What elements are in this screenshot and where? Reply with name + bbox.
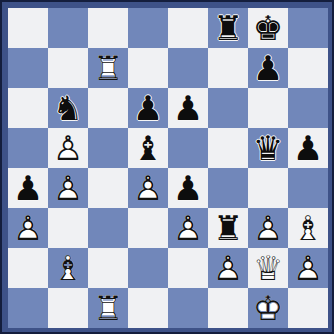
white-piece-outline: ♖ xyxy=(88,48,128,88)
square-e3[interactable]: ♟♙ xyxy=(168,208,208,248)
square-a1[interactable] xyxy=(8,288,48,328)
square-a8[interactable] xyxy=(8,8,48,48)
square-b2[interactable]: ♝♗ xyxy=(48,248,88,288)
square-h8[interactable] xyxy=(288,8,328,48)
square-h1[interactable] xyxy=(288,288,328,328)
square-g1[interactable]: ♚♔ xyxy=(248,288,288,328)
white-pawn-icon[interactable]: ♟♙ xyxy=(248,208,288,248)
white-piece-outline: ♙ xyxy=(208,248,248,288)
white-piece-outline: ♙ xyxy=(128,168,168,208)
white-pawn-icon[interactable]: ♟♙ xyxy=(48,168,88,208)
chess-board: ♜♚♜♖♟♞♟♟♟♙♝♛♟♟♟♙♟♙♟♟♙♟♙♜♟♙♝♗♝♗♟♙♛♕♟♙♜♖♚♔ xyxy=(8,8,328,328)
square-c4[interactable] xyxy=(88,168,128,208)
square-f1[interactable] xyxy=(208,288,248,328)
black-queen-icon[interactable]: ♛ xyxy=(248,128,288,168)
square-b8[interactable] xyxy=(48,8,88,48)
black-piece-glyph: ♚ xyxy=(248,8,288,48)
chess-board-frame: ♜♚♜♖♟♞♟♟♟♙♝♛♟♟♟♙♟♙♟♟♙♟♙♜♟♙♝♗♝♗♟♙♛♕♟♙♜♖♚♔ xyxy=(0,0,334,334)
black-piece-glyph: ♞ xyxy=(48,88,88,128)
square-g5[interactable]: ♛ xyxy=(248,128,288,168)
square-g7[interactable]: ♟ xyxy=(248,48,288,88)
square-f7[interactable] xyxy=(208,48,248,88)
black-piece-glyph: ♜ xyxy=(208,208,248,248)
white-pawn-icon[interactable]: ♟♙ xyxy=(208,248,248,288)
square-g6[interactable] xyxy=(248,88,288,128)
black-piece-glyph: ♟ xyxy=(288,128,328,168)
black-rook-icon[interactable]: ♜ xyxy=(208,8,248,48)
square-f6[interactable] xyxy=(208,88,248,128)
white-piece-outline: ♙ xyxy=(288,248,328,288)
square-a6[interactable] xyxy=(8,88,48,128)
white-pawn-icon[interactable]: ♟♙ xyxy=(128,168,168,208)
square-c1[interactable]: ♜♖ xyxy=(88,288,128,328)
black-pawn-icon[interactable]: ♟ xyxy=(288,128,328,168)
square-e7[interactable] xyxy=(168,48,208,88)
black-rook-icon[interactable]: ♜ xyxy=(208,208,248,248)
square-f8[interactable]: ♜ xyxy=(208,8,248,48)
square-d2[interactable] xyxy=(128,248,168,288)
square-b3[interactable] xyxy=(48,208,88,248)
square-c5[interactable] xyxy=(88,128,128,168)
white-piece-outline: ♕ xyxy=(248,248,288,288)
square-b4[interactable]: ♟♙ xyxy=(48,168,88,208)
white-bishop-icon[interactable]: ♝♗ xyxy=(48,248,88,288)
square-f3[interactable]: ♜ xyxy=(208,208,248,248)
white-king-icon[interactable]: ♚♔ xyxy=(248,288,288,328)
square-c6[interactable] xyxy=(88,88,128,128)
black-piece-glyph: ♝ xyxy=(128,128,168,168)
black-pawn-icon[interactable]: ♟ xyxy=(248,48,288,88)
square-d7[interactable] xyxy=(128,48,168,88)
white-piece-outline: ♗ xyxy=(48,248,88,288)
square-g8[interactable]: ♚ xyxy=(248,8,288,48)
square-b6[interactable]: ♞ xyxy=(48,88,88,128)
square-f2[interactable]: ♟♙ xyxy=(208,248,248,288)
black-knight-icon[interactable]: ♞ xyxy=(48,88,88,128)
white-piece-outline: ♙ xyxy=(248,208,288,248)
black-piece-glyph: ♟ xyxy=(248,48,288,88)
square-h7[interactable] xyxy=(288,48,328,88)
square-b7[interactable] xyxy=(48,48,88,88)
square-h3[interactable]: ♝♗ xyxy=(288,208,328,248)
square-h5[interactable]: ♟ xyxy=(288,128,328,168)
white-pawn-icon[interactable]: ♟♙ xyxy=(168,208,208,248)
square-g4[interactable] xyxy=(248,168,288,208)
white-piece-outline: ♙ xyxy=(48,168,88,208)
white-piece-outline: ♙ xyxy=(168,208,208,248)
square-f4[interactable] xyxy=(208,168,248,208)
square-e4[interactable]: ♟ xyxy=(168,168,208,208)
square-d3[interactable] xyxy=(128,208,168,248)
square-d1[interactable] xyxy=(128,288,168,328)
white-pawn-icon[interactable]: ♟♙ xyxy=(48,128,88,168)
black-piece-glyph: ♛ xyxy=(248,128,288,168)
square-e5[interactable] xyxy=(168,128,208,168)
square-h2[interactable]: ♟♙ xyxy=(288,248,328,288)
white-queen-icon[interactable]: ♛♕ xyxy=(248,248,288,288)
square-f5[interactable] xyxy=(208,128,248,168)
white-piece-outline: ♙ xyxy=(48,128,88,168)
black-pawn-icon[interactable]: ♟ xyxy=(8,168,48,208)
square-c2[interactable] xyxy=(88,248,128,288)
square-e8[interactable] xyxy=(168,8,208,48)
black-piece-glyph: ♟ xyxy=(8,168,48,208)
square-a2[interactable] xyxy=(8,248,48,288)
square-h6[interactable] xyxy=(288,88,328,128)
white-rook-icon[interactable]: ♜♖ xyxy=(88,48,128,88)
square-d8[interactable] xyxy=(128,8,168,48)
square-b1[interactable] xyxy=(48,288,88,328)
black-piece-glyph: ♟ xyxy=(168,88,208,128)
square-a3[interactable]: ♟♙ xyxy=(8,208,48,248)
white-piece-outline: ♔ xyxy=(248,288,288,328)
black-king-icon[interactable]: ♚ xyxy=(248,8,288,48)
white-piece-outline: ♖ xyxy=(88,288,128,328)
square-a5[interactable] xyxy=(8,128,48,168)
white-piece-outline: ♗ xyxy=(288,208,328,248)
square-g3[interactable]: ♟♙ xyxy=(248,208,288,248)
square-d4[interactable]: ♟♙ xyxy=(128,168,168,208)
square-e2[interactable] xyxy=(168,248,208,288)
square-h4[interactable] xyxy=(288,168,328,208)
white-piece-outline: ♙ xyxy=(8,208,48,248)
square-a7[interactable] xyxy=(8,48,48,88)
white-pawn-icon[interactable]: ♟♙ xyxy=(288,248,328,288)
square-e1[interactable] xyxy=(168,288,208,328)
square-a4[interactable]: ♟ xyxy=(8,168,48,208)
square-c3[interactable] xyxy=(88,208,128,248)
black-pawn-icon[interactable]: ♟ xyxy=(168,88,208,128)
black-pawn-icon[interactable]: ♟ xyxy=(128,88,168,128)
white-bishop-icon[interactable]: ♝♗ xyxy=(288,208,328,248)
square-c7[interactable]: ♜♖ xyxy=(88,48,128,88)
white-rook-icon[interactable]: ♜♖ xyxy=(88,288,128,328)
white-pawn-icon[interactable]: ♟♙ xyxy=(8,208,48,248)
black-piece-glyph: ♟ xyxy=(168,168,208,208)
square-d5[interactable]: ♝ xyxy=(128,128,168,168)
square-g2[interactable]: ♛♕ xyxy=(248,248,288,288)
square-d6[interactable]: ♟ xyxy=(128,88,168,128)
black-piece-glyph: ♟ xyxy=(128,88,168,128)
square-c8[interactable] xyxy=(88,8,128,48)
square-b5[interactable]: ♟♙ xyxy=(48,128,88,168)
black-bishop-icon[interactable]: ♝ xyxy=(128,128,168,168)
square-e6[interactable]: ♟ xyxy=(168,88,208,128)
black-piece-glyph: ♜ xyxy=(208,8,248,48)
black-pawn-icon[interactable]: ♟ xyxy=(168,168,208,208)
